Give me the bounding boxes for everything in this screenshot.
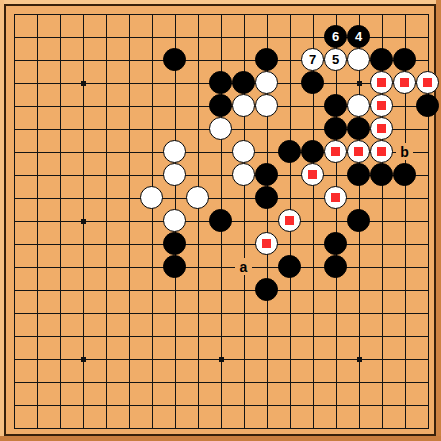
red-square-marker <box>331 193 340 202</box>
black-stone <box>370 163 393 186</box>
star-point <box>219 357 224 362</box>
star-point <box>357 357 362 362</box>
marked-white-stone <box>301 163 324 186</box>
numbered-black-stone: 4 <box>347 25 370 48</box>
numbered-white-stone: 5 <box>324 48 347 71</box>
marked-white-stone <box>370 94 393 117</box>
white-stone <box>232 94 255 117</box>
move-number: 5 <box>332 53 339 66</box>
black-stone <box>347 163 370 186</box>
black-stone <box>255 48 278 71</box>
move-number: 4 <box>355 30 362 43</box>
black-stone <box>324 94 347 117</box>
black-stone <box>255 186 278 209</box>
white-stone <box>163 140 186 163</box>
black-stone <box>324 117 347 140</box>
black-stone <box>209 94 232 117</box>
black-stone <box>209 71 232 94</box>
black-stone <box>301 71 324 94</box>
marked-white-stone <box>370 140 393 163</box>
white-stone <box>140 186 163 209</box>
black-stone <box>347 209 370 232</box>
star-point <box>357 81 362 86</box>
star-point <box>81 219 86 224</box>
black-stone <box>301 140 324 163</box>
black-stone <box>393 163 416 186</box>
red-square-marker <box>377 147 386 156</box>
grid-line-horizontal <box>14 313 429 314</box>
black-stone <box>347 117 370 140</box>
white-stone <box>163 163 186 186</box>
marked-white-stone <box>347 140 370 163</box>
grid-line-horizontal <box>14 382 429 383</box>
marked-white-stone <box>370 71 393 94</box>
grid-line-horizontal <box>14 336 429 337</box>
marked-white-stone <box>278 209 301 232</box>
white-stone <box>255 94 278 117</box>
numbered-white-stone: 7 <box>301 48 324 71</box>
point-label-a: a <box>235 258 252 275</box>
black-stone <box>163 48 186 71</box>
numbered-black-stone: 6 <box>324 25 347 48</box>
black-stone <box>370 48 393 71</box>
red-square-marker <box>331 147 340 156</box>
black-stone <box>278 140 301 163</box>
white-stone <box>163 209 186 232</box>
point-label-b: b <box>396 143 413 160</box>
black-stone <box>255 278 278 301</box>
red-square-marker <box>308 170 317 179</box>
marked-white-stone <box>324 140 347 163</box>
black-stone <box>255 163 278 186</box>
black-stone <box>324 232 347 255</box>
grid-line-horizontal <box>14 244 429 245</box>
white-stone <box>232 140 255 163</box>
red-square-marker <box>423 78 432 87</box>
black-stone <box>163 255 186 278</box>
red-square-marker <box>285 216 294 225</box>
white-stone <box>347 94 370 117</box>
marked-white-stone <box>416 71 439 94</box>
grid-line-vertical <box>336 14 337 429</box>
white-stone <box>186 186 209 209</box>
grid-line-horizontal <box>14 290 429 291</box>
black-stone <box>209 209 232 232</box>
move-number: 6 <box>332 30 339 43</box>
star-point <box>81 357 86 362</box>
red-square-marker <box>377 78 386 87</box>
black-stone <box>393 48 416 71</box>
marked-white-stone <box>255 232 278 255</box>
white-stone <box>209 117 232 140</box>
black-stone <box>163 232 186 255</box>
black-stone <box>416 94 439 117</box>
white-stone <box>232 163 255 186</box>
grid-line-horizontal <box>14 405 429 406</box>
marked-white-stone <box>370 117 393 140</box>
black-stone <box>278 255 301 278</box>
red-square-marker <box>377 124 386 133</box>
star-point <box>81 81 86 86</box>
move-number: 7 <box>309 53 316 66</box>
black-stone <box>232 71 255 94</box>
marked-white-stone <box>393 71 416 94</box>
red-square-marker <box>400 78 409 87</box>
red-square-marker <box>377 101 386 110</box>
red-square-marker <box>354 147 363 156</box>
grid-line-horizontal <box>14 267 429 268</box>
board-frame-shadow-bottom <box>0 436 441 441</box>
grid-line-horizontal <box>14 428 429 429</box>
red-square-marker <box>262 239 271 248</box>
white-stone <box>255 71 278 94</box>
go-board[interactable]: 6475ab <box>0 0 441 441</box>
go-board-diagram: 6475ab <box>0 0 441 441</box>
black-stone <box>324 255 347 278</box>
marked-white-stone <box>324 186 347 209</box>
board-frame-shadow-right <box>436 0 441 441</box>
white-stone <box>347 48 370 71</box>
